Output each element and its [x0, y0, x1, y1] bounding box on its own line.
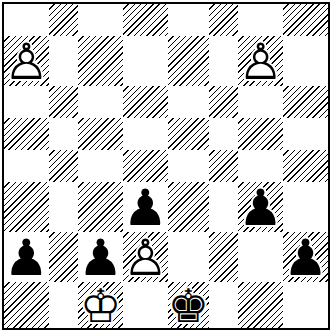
square-a4[interactable] [4, 150, 49, 182]
square-d5[interactable] [123, 118, 168, 150]
square-b2[interactable] [49, 232, 78, 282]
square-d2[interactable]: ♟♙ [123, 232, 168, 282]
piece-glyph: ♙ [238, 37, 283, 87]
square-h5[interactable] [283, 118, 328, 150]
square-b1[interactable] [49, 282, 78, 328]
square-h7[interactable] [283, 36, 328, 86]
square-g6[interactable] [238, 86, 283, 118]
square-d1[interactable] [123, 282, 168, 328]
square-h6[interactable] [283, 86, 328, 118]
square-h8[interactable] [283, 4, 328, 36]
square-f1[interactable] [209, 282, 238, 328]
square-c5[interactable] [78, 118, 123, 150]
piece-glyph: ♟ [283, 233, 328, 283]
square-e6[interactable] [168, 86, 209, 118]
square-h2[interactable]: ♟ [283, 232, 328, 282]
white-pawn-a7[interactable]: ♟♙ [4, 36, 49, 86]
piece-glyph: ♟ [238, 183, 283, 233]
square-f6[interactable] [209, 86, 238, 118]
square-d3[interactable]: ♟ [123, 182, 168, 232]
square-h3[interactable] [283, 182, 328, 232]
square-g8[interactable] [238, 4, 283, 36]
square-e5[interactable] [168, 118, 209, 150]
white-pawn-d2[interactable]: ♟♙ [123, 232, 168, 282]
piece-glyph: ♟ [123, 183, 168, 233]
white-king-c1[interactable]: ♚♔ [78, 282, 123, 328]
black-pawn-d3[interactable]: ♟ [123, 182, 168, 232]
square-a5[interactable] [4, 118, 49, 150]
square-b4[interactable] [49, 150, 78, 182]
piece-glyph: ♔ [80, 283, 121, 329]
black-pawn-a2[interactable]: ♟ [4, 232, 49, 282]
square-b6[interactable] [49, 86, 78, 118]
black-pawn-h2[interactable]: ♟ [283, 232, 328, 282]
piece-glyph: ♚ [168, 283, 209, 329]
square-g3[interactable]: ♟ [238, 182, 283, 232]
square-d6[interactable] [123, 86, 168, 118]
board-frame: ♟♙♟♙♟♟♟♟♟♙♟♚♔♚ [2, 2, 330, 330]
square-a7[interactable]: ♟♙ [4, 36, 49, 86]
white-pawn-g7[interactable]: ♟♙ [238, 36, 283, 86]
square-d4[interactable] [123, 150, 168, 182]
square-b7[interactable] [49, 36, 78, 86]
square-g7[interactable]: ♟♙ [238, 36, 283, 86]
square-f3[interactable] [209, 182, 238, 232]
black-king-e1[interactable]: ♚ [168, 282, 209, 328]
square-a6[interactable] [4, 86, 49, 118]
square-f8[interactable] [209, 4, 238, 36]
square-c7[interactable] [78, 36, 123, 86]
black-pawn-c2[interactable]: ♟ [78, 232, 123, 282]
square-d7[interactable] [123, 36, 168, 86]
square-g2[interactable] [238, 232, 283, 282]
square-d8[interactable] [123, 4, 168, 36]
square-g4[interactable] [238, 150, 283, 182]
square-b5[interactable] [49, 118, 78, 150]
square-e3[interactable] [168, 182, 209, 232]
square-f2[interactable] [209, 232, 238, 282]
square-c1[interactable]: ♚♔ [78, 282, 123, 328]
square-a1[interactable] [4, 282, 49, 328]
square-c2[interactable]: ♟ [78, 232, 123, 282]
square-f5[interactable] [209, 118, 238, 150]
square-b8[interactable] [49, 4, 78, 36]
square-e7[interactable] [168, 36, 209, 86]
black-pawn-g3[interactable]: ♟ [238, 182, 283, 232]
square-a2[interactable]: ♟ [4, 232, 49, 282]
square-h4[interactable] [283, 150, 328, 182]
square-c4[interactable] [78, 150, 123, 182]
square-f4[interactable] [209, 150, 238, 182]
square-g5[interactable] [238, 118, 283, 150]
square-g1[interactable] [238, 282, 283, 328]
square-a8[interactable] [4, 4, 49, 36]
square-c3[interactable] [78, 182, 123, 232]
square-e2[interactable] [168, 232, 209, 282]
piece-glyph: ♟ [78, 233, 123, 283]
square-e1[interactable]: ♚ [168, 282, 209, 328]
square-e4[interactable] [168, 150, 209, 182]
piece-glyph: ♙ [4, 37, 49, 87]
chess-board: ♟♙♟♙♟♟♟♟♟♙♟♚♔♚ [4, 4, 328, 328]
square-b3[interactable] [49, 182, 78, 232]
square-h1[interactable] [283, 282, 328, 328]
square-a3[interactable] [4, 182, 49, 232]
square-e8[interactable] [168, 4, 209, 36]
piece-glyph: ♟ [4, 233, 49, 283]
square-c6[interactable] [78, 86, 123, 118]
square-c8[interactable] [78, 4, 123, 36]
square-f7[interactable] [209, 36, 238, 86]
piece-glyph: ♙ [123, 233, 168, 283]
